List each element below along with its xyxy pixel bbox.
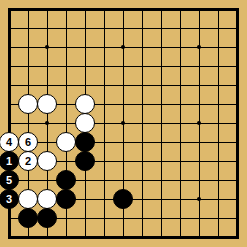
white-stone[interactable] — [75, 113, 95, 133]
move-number-label: 1 — [6, 156, 12, 167]
black-stone[interactable] — [18, 208, 38, 228]
black-stone[interactable] — [75, 132, 95, 152]
white-stone[interactable] — [18, 189, 38, 209]
black-stone[interactable] — [37, 208, 57, 228]
white-stone[interactable]: 2 — [18, 151, 38, 171]
move-number-label: 4 — [6, 137, 12, 148]
white-stone[interactable] — [37, 151, 57, 171]
white-stone[interactable]: 4 — [0, 132, 19, 152]
white-stone[interactable] — [37, 94, 57, 114]
white-stone[interactable] — [18, 94, 38, 114]
black-stone[interactable] — [56, 170, 76, 190]
white-stone[interactable] — [75, 94, 95, 114]
move-number-label: 6 — [25, 137, 31, 148]
black-stone[interactable] — [113, 189, 133, 209]
black-stone[interactable]: 1 — [0, 151, 19, 171]
board-stone-layer: 461253 — [0, 0, 247, 247]
move-number-label: 5 — [6, 175, 12, 186]
go-board[interactable]: 461253 — [0, 0, 247, 247]
move-number-label: 2 — [25, 156, 31, 167]
black-stone[interactable]: 5 — [0, 170, 19, 190]
move-number-label: 3 — [6, 194, 12, 205]
black-stone[interactable] — [75, 151, 95, 171]
white-stone[interactable] — [37, 189, 57, 209]
black-stone[interactable]: 3 — [0, 189, 19, 209]
black-stone[interactable] — [56, 189, 76, 209]
white-stone[interactable] — [56, 132, 76, 152]
white-stone[interactable]: 6 — [18, 132, 38, 152]
